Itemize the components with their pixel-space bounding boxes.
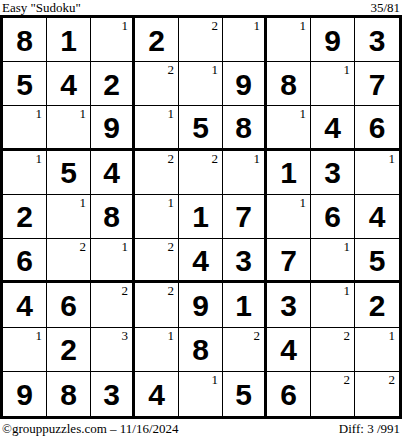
cell-r7c4[interactable]: 2 (135, 283, 179, 327)
corner-mark: 2 (80, 239, 87, 254)
cell-r4c7[interactable]: 1 (267, 151, 311, 195)
cell-r6c8[interactable]: 1 (311, 239, 355, 283)
copyright-text: ©grouppuzzles.com – 11/16/2024 (2, 422, 179, 436)
cell-r5c3[interactable]: 8 (91, 195, 135, 239)
cell-r8c3[interactable]: 3 (91, 328, 135, 372)
given-digit: 5 (235, 378, 252, 410)
cell-r7c9[interactable]: 2 (355, 283, 399, 327)
given-digit: 5 (60, 156, 77, 188)
cell-r2c3[interactable]: 2 (91, 62, 135, 106)
cell-r3c2[interactable]: 1 (47, 106, 91, 150)
corner-mark: 1 (80, 106, 87, 121)
cell-r7c2[interactable]: 6 (47, 283, 91, 327)
cell-r6c9[interactable]: 5 (355, 239, 399, 283)
given-digit: 9 (324, 24, 341, 56)
cell-r1c9[interactable]: 3 (355, 18, 399, 62)
given-digit: 6 (60, 289, 77, 321)
puzzle-title: Easy "Sudoku" (2, 1, 81, 14)
sudoku-board: 8112211935422198171191581461542211312181… (0, 15, 402, 419)
cell-r2c5[interactable]: 1 (179, 62, 223, 106)
given-digit: 5 (16, 68, 33, 100)
cell-r9c7[interactable]: 6 (267, 372, 311, 416)
cell-r3c5[interactable]: 5 (179, 106, 223, 150)
cell-r8c7[interactable]: 4 (267, 328, 311, 372)
given-digit: 8 (280, 68, 297, 100)
corner-mark: 1 (168, 195, 175, 210)
corner-mark: 2 (344, 372, 351, 387)
cell-r5c6[interactable]: 7 (223, 195, 267, 239)
cell-r6c2[interactable]: 2 (47, 239, 91, 283)
cell-r6c5[interactable]: 4 (179, 239, 223, 283)
cell-r9c6[interactable]: 5 (223, 372, 267, 416)
given-digit: 9 (16, 378, 33, 410)
cell-r7c6[interactable]: 1 (223, 283, 267, 327)
cell-r4c3[interactable]: 4 (91, 151, 135, 195)
cell-r8c8[interactable]: 2 (311, 328, 355, 372)
cell-r3c8[interactable]: 4 (311, 106, 355, 150)
given-digit: 8 (60, 378, 77, 410)
cell-r9c9[interactable]: 2 (355, 372, 399, 416)
corner-mark: 1 (122, 18, 129, 33)
corner-mark: 1 (344, 239, 351, 254)
cell-r9c4[interactable]: 4 (135, 372, 179, 416)
cell-r9c8[interactable]: 2 (311, 372, 355, 416)
cell-r1c3[interactable]: 1 (91, 18, 135, 62)
cell-r3c1[interactable]: 1 (3, 106, 47, 150)
corner-mark: 2 (344, 328, 351, 343)
corner-mark: 1 (36, 151, 43, 166)
corner-mark: 1 (300, 195, 307, 210)
cell-r4c1[interactable]: 1 (3, 151, 47, 195)
corner-mark: 2 (122, 283, 129, 298)
cell-r2c9[interactable]: 7 (355, 62, 399, 106)
cell-r5c7[interactable]: 1 (267, 195, 311, 239)
cell-r7c5[interactable]: 9 (179, 283, 223, 327)
given-digit: 2 (369, 289, 386, 321)
cell-r7c3[interactable]: 2 (91, 283, 135, 327)
footer: ©grouppuzzles.com – 11/16/2024 Diff: 3 /… (0, 419, 402, 437)
cell-r8c5[interactable]: 8 (179, 328, 223, 372)
cell-r4c9[interactable]: 1 (355, 151, 399, 195)
corner-mark: 2 (168, 239, 175, 254)
corner-mark: 2 (212, 151, 219, 166)
corner-mark: 1 (389, 328, 396, 343)
cell-r2c8[interactable]: 1 (311, 62, 355, 106)
cell-r8c1[interactable]: 1 (3, 328, 47, 372)
cell-r5c5[interactable]: 1 (179, 195, 223, 239)
given-digit: 9 (192, 289, 209, 321)
cell-r4c6[interactable]: 1 (223, 151, 267, 195)
cell-r9c3[interactable]: 3 (91, 372, 135, 416)
given-digit: 4 (369, 200, 386, 232)
cell-r6c7[interactable]: 7 (267, 239, 311, 283)
cell-r8c2[interactable]: 2 (47, 328, 91, 372)
given-digit: 9 (103, 111, 120, 143)
cell-r5c8[interactable]: 6 (311, 195, 355, 239)
cell-r1c6[interactable]: 1 (223, 18, 267, 62)
header: Easy "Sudoku" 35/81 (0, 0, 402, 15)
cell-r4c4[interactable]: 2 (135, 151, 179, 195)
given-digit: 2 (148, 24, 165, 56)
given-digit: 3 (280, 289, 297, 321)
cell-r1c8[interactable]: 9 (311, 18, 355, 62)
cell-r9c5[interactable]: 1 (179, 372, 223, 416)
corner-mark: 2 (168, 283, 175, 298)
corner-mark: 1 (212, 62, 219, 77)
given-digit: 4 (103, 156, 120, 188)
given-digit: 8 (235, 111, 252, 143)
given-digit: 6 (324, 200, 341, 232)
corner-mark: 1 (122, 239, 129, 254)
corner-mark: 1 (168, 328, 175, 343)
corner-mark: 3 (122, 328, 129, 343)
corner-mark: 2 (168, 151, 175, 166)
corner-mark: 1 (389, 151, 396, 166)
cell-r4c5[interactable]: 2 (179, 151, 223, 195)
cell-r3c9[interactable]: 6 (355, 106, 399, 150)
cell-r9c2[interactable]: 8 (47, 372, 91, 416)
progress-counter: 35/81 (370, 1, 400, 14)
cell-r8c6[interactable]: 2 (223, 328, 267, 372)
given-digit: 7 (235, 200, 252, 232)
cell-r3c3[interactable]: 9 (91, 106, 135, 150)
given-digit: 1 (192, 200, 209, 232)
corner-mark: 1 (344, 62, 351, 77)
cell-r3c4[interactable]: 1 (135, 106, 179, 150)
corner-mark: 1 (300, 18, 307, 33)
cell-r5c2[interactable]: 1 (47, 195, 91, 239)
corner-mark: 2 (212, 18, 219, 33)
given-digit: 5 (369, 244, 386, 276)
cell-r1c4[interactable]: 2 (135, 18, 179, 62)
cell-r5c4[interactable]: 1 (135, 195, 179, 239)
given-digit: 4 (148, 378, 165, 410)
cell-r6c4[interactable]: 2 (135, 239, 179, 283)
corner-mark: 1 (254, 18, 261, 33)
corner-mark: 1 (36, 106, 43, 121)
corner-mark: 1 (300, 106, 307, 121)
sudoku-page: Easy "Sudoku" 35/81 81122119354221981711… (0, 0, 402, 437)
cell-r5c1[interactable]: 2 (3, 195, 47, 239)
cell-r2c7[interactable]: 8 (267, 62, 311, 106)
cell-r5c9[interactable]: 4 (355, 195, 399, 239)
given-digit: 5 (192, 111, 209, 143)
given-digit: 1 (60, 24, 77, 56)
given-digit: 6 (369, 111, 386, 143)
given-digit: 9 (235, 68, 252, 100)
cell-r2c4[interactable]: 2 (135, 62, 179, 106)
cell-r2c6[interactable]: 9 (223, 62, 267, 106)
cell-r4c2[interactable]: 5 (47, 151, 91, 195)
corner-mark: 2 (254, 328, 261, 343)
given-digit: 4 (60, 68, 77, 100)
corner-mark: 1 (80, 195, 87, 210)
given-digit: 4 (324, 111, 341, 143)
corner-mark: 2 (389, 372, 396, 387)
cell-r8c9[interactable]: 1 (355, 328, 399, 372)
cell-r1c1[interactable]: 8 (3, 18, 47, 62)
cell-r2c1[interactable]: 5 (3, 62, 47, 106)
given-digit: 3 (235, 244, 252, 276)
given-digit: 4 (280, 333, 297, 365)
cell-r3c6[interactable]: 8 (223, 106, 267, 150)
cell-r6c3[interactable]: 1 (91, 239, 135, 283)
given-digit: 1 (235, 289, 252, 321)
given-digit: 2 (60, 333, 77, 365)
cell-r7c1[interactable]: 4 (3, 283, 47, 327)
given-digit: 1 (280, 156, 297, 188)
given-digit: 3 (369, 24, 386, 56)
cell-r8c4[interactable]: 1 (135, 328, 179, 372)
given-digit: 2 (16, 200, 33, 232)
corner-mark: 1 (254, 151, 261, 166)
cell-r1c5[interactable]: 2 (179, 18, 223, 62)
cell-r6c1[interactable]: 6 (3, 239, 47, 283)
corner-mark: 1 (168, 106, 175, 121)
given-digit: 8 (16, 24, 33, 56)
cell-r7c7[interactable]: 3 (267, 283, 311, 327)
given-digit: 8 (103, 200, 120, 232)
cell-r1c7[interactable]: 1 (267, 18, 311, 62)
cell-r2c2[interactable]: 4 (47, 62, 91, 106)
corner-mark: 1 (344, 283, 351, 298)
cell-r1c2[interactable]: 1 (47, 18, 91, 62)
cell-r4c8[interactable]: 3 (311, 151, 355, 195)
given-digit: 2 (103, 68, 120, 100)
corner-mark: 1 (36, 328, 43, 343)
given-digit: 3 (324, 156, 341, 188)
given-digit: 4 (192, 244, 209, 276)
cell-r3c7[interactable]: 1 (267, 106, 311, 150)
given-digit: 3 (103, 378, 120, 410)
given-digit: 6 (16, 244, 33, 276)
corner-mark: 2 (168, 62, 175, 77)
given-digit: 6 (280, 378, 297, 410)
corner-mark: 1 (212, 372, 219, 387)
cell-r7c8[interactable]: 1 (311, 283, 355, 327)
given-digit: 8 (192, 333, 209, 365)
cell-r9c1[interactable]: 9 (3, 372, 47, 416)
given-digit: 4 (16, 289, 33, 321)
cell-r6c6[interactable]: 3 (223, 239, 267, 283)
given-digit: 7 (369, 68, 386, 100)
given-digit: 7 (280, 244, 297, 276)
difficulty-text: Diff: 3 /991 (339, 422, 400, 436)
